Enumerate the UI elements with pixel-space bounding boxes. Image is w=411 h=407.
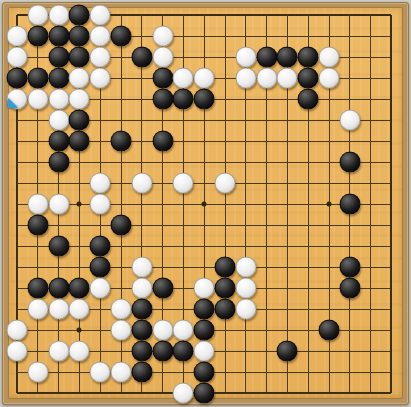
stone-black [48,68,69,89]
stone-black [194,320,215,341]
stone-white [152,47,173,68]
stone-black [48,278,69,299]
stone-white [235,47,256,68]
star-point [77,202,82,207]
stone-black [90,257,111,278]
stone-black [48,26,69,47]
stone-white [7,47,28,68]
stone-white [152,26,173,47]
stone-black [27,68,48,89]
stone-black [69,5,90,26]
stone-black [152,89,173,110]
stone-black [7,68,28,89]
stone-white [90,68,111,89]
stone-black [256,47,277,68]
stone-black [152,278,173,299]
grid-line-vertical [370,15,371,393]
stone-white [48,110,69,131]
stone-white [27,362,48,383]
star-point [327,202,332,207]
stone-white [7,341,28,362]
stone-black [131,341,152,362]
stone-black [69,278,90,299]
stone-black [69,26,90,47]
stone-black [48,47,69,68]
stone-white [131,257,152,278]
grid-line-vertical [225,15,226,393]
stone-white [7,320,28,341]
last-move-marker [8,98,18,108]
stone-white [90,173,111,194]
star-point [202,202,207,207]
stone-black [111,215,132,236]
stone-black [173,89,194,110]
stone-black [131,362,152,383]
stone-black [131,47,152,68]
stone-black [298,47,319,68]
grid-line-horizontal [17,225,391,226]
stone-white [7,26,28,47]
stone-black [194,362,215,383]
stone-white [27,5,48,26]
stone-black [27,26,48,47]
stone-black [131,320,152,341]
stone-white [90,362,111,383]
stone-black [194,89,215,110]
stone-white [90,26,111,47]
stone-white [90,47,111,68]
stone-white [319,47,340,68]
stone-white [319,68,340,89]
go-board[interactable] [8,7,403,399]
stone-white [194,68,215,89]
stone-black [215,299,236,320]
stone-white [131,173,152,194]
stone-white [173,173,194,194]
stone-white [111,362,132,383]
stone-black [90,236,111,257]
grid-line-vertical [390,15,392,393]
stone-black [339,257,360,278]
stone-white [235,299,256,320]
stone-black [194,383,215,404]
stone-white [27,194,48,215]
stone-white [111,299,132,320]
stone-white [111,320,132,341]
stone-black [298,89,319,110]
stone-black [194,299,215,320]
stone-black [69,110,90,131]
stone-black [152,68,173,89]
stone-black [69,131,90,152]
stone-white [173,383,194,404]
stone-white [48,89,69,110]
stone-black [173,341,194,362]
stone-white [90,278,111,299]
stone-black [27,215,48,236]
stone-white [48,194,69,215]
stone-black [319,320,340,341]
stone-white [69,341,90,362]
stone-white [256,68,277,89]
stone-white [69,68,90,89]
stone-black [339,278,360,299]
star-point [77,328,82,333]
stone-white [173,68,194,89]
stone-black [339,152,360,173]
stone-black [69,47,90,68]
stone-white [48,341,69,362]
stone-white [90,194,111,215]
stone-black [111,26,132,47]
stone-black [215,257,236,278]
stone-white [235,257,256,278]
stone-black [215,278,236,299]
stone-black [48,236,69,257]
stone-white [152,320,173,341]
stone-black [152,131,173,152]
stone-white [27,299,48,320]
stone-white [48,5,69,26]
stone-white [277,68,298,89]
stone-white [235,278,256,299]
stone-white [131,278,152,299]
stone-white [69,89,90,110]
stone-black [339,194,360,215]
stone-black [277,47,298,68]
grid-line-horizontal [17,267,391,268]
stone-black [27,278,48,299]
stone-white [235,68,256,89]
stone-white [194,278,215,299]
stone-black [111,131,132,152]
stone-white [194,341,215,362]
stone-white [215,173,236,194]
stone-black [48,152,69,173]
stone-black [48,131,69,152]
stone-black [131,299,152,320]
stone-white [339,110,360,131]
grid-line-horizontal [17,246,391,247]
stone-white [48,299,69,320]
stone-black [152,341,173,362]
stone-white [69,299,90,320]
stone-black [298,68,319,89]
stone-white [27,89,48,110]
stone-white [173,320,194,341]
stone-white [90,5,111,26]
stone-black [277,341,298,362]
